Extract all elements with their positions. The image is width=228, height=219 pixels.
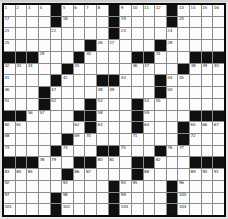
cell-r18c3[interactable]	[27, 204, 38, 215]
cell-r18c1[interactable]: 101	[4, 204, 15, 215]
cell-r8c9[interactable]: 48	[97, 87, 108, 98]
cell-r18c12[interactable]	[132, 204, 143, 215]
clue-number-56: 56	[28, 111, 33, 116]
cell-r13c13[interactable]	[144, 146, 155, 157]
cell-r7c11[interactable]: 43	[120, 75, 131, 86]
cell-r5c8[interactable]: 30	[85, 52, 96, 63]
cell-r10c9[interactable]: 58	[97, 111, 108, 122]
cell-r13c1[interactable]: 73	[4, 146, 15, 157]
cell-r15c5[interactable]	[51, 169, 62, 180]
cell-r16c17[interactable]	[190, 181, 201, 192]
cell-r14c15[interactable]	[167, 157, 178, 168]
clue-number-5: 5	[63, 5, 65, 10]
cell-r18c11[interactable]: 103	[120, 204, 131, 215]
cell-r4c11[interactable]	[120, 40, 131, 51]
cell-r3c6[interactable]	[62, 28, 73, 39]
cell-r6c15[interactable]	[167, 64, 178, 75]
cell-r8c5[interactable]: 47	[51, 87, 62, 98]
black-cell-r10c19	[213, 111, 224, 122]
cell-r6c10[interactable]	[109, 64, 120, 75]
cell-r4c13[interactable]	[144, 40, 155, 51]
cell-r11c18[interactable]: 66	[202, 122, 213, 133]
cell-r18c2[interactable]	[16, 204, 27, 215]
cell-r14c10[interactable]: 81	[109, 157, 120, 168]
cell-r12c14[interactable]	[155, 134, 166, 145]
cell-r13c15[interactable]: 76	[167, 146, 178, 157]
cell-r18c13[interactable]	[144, 204, 155, 215]
cell-r17c18[interactable]	[202, 193, 213, 204]
cell-r16c4[interactable]	[39, 181, 50, 192]
cell-r5c10[interactable]	[109, 52, 120, 63]
cell-r6c3[interactable]: 34	[27, 64, 38, 75]
cell-r10c6[interactable]	[62, 111, 73, 122]
cell-r5c9[interactable]	[97, 52, 108, 63]
cell-r13c4[interactable]	[39, 146, 50, 157]
cell-r14c9[interactable]: 80	[97, 157, 108, 168]
cell-r15c2[interactable]: 84	[16, 169, 27, 180]
black-cell-r12c16	[178, 134, 189, 145]
cell-r1c8[interactable]: 7	[85, 5, 96, 16]
cell-r2c4[interactable]	[39, 17, 50, 28]
cell-r11c9[interactable]: 63	[97, 122, 108, 133]
cell-r1c17[interactable]: 14	[190, 5, 201, 16]
cell-r15c8[interactable]: 87	[85, 169, 96, 180]
cell-r2c19[interactable]	[213, 17, 224, 28]
cell-r14c4[interactable]: 78	[39, 157, 50, 168]
cell-r9c6[interactable]	[62, 99, 73, 110]
cell-r12c1[interactable]: 68	[4, 134, 15, 145]
cell-r2c18[interactable]	[202, 17, 213, 28]
cell-r10c3[interactable]: 56	[27, 111, 38, 122]
cell-r3c18[interactable]	[202, 28, 213, 39]
cell-r1c4[interactable]: 4	[39, 5, 50, 16]
cell-r2c14[interactable]	[155, 17, 166, 28]
cell-r7c6[interactable]: 42	[62, 75, 73, 86]
clue-number-22: 22	[51, 28, 56, 33]
black-cell-r5c7	[74, 52, 85, 63]
cell-r18c19[interactable]	[213, 204, 224, 215]
cell-r12c5[interactable]	[51, 134, 62, 145]
cell-r5c6[interactable]	[62, 52, 73, 63]
cell-r2c11[interactable]: 19	[120, 17, 131, 28]
cell-r4c10[interactable]: 27	[109, 40, 120, 51]
cell-r9c13[interactable]: 54	[144, 99, 155, 110]
cell-r17c14[interactable]	[155, 193, 166, 204]
cell-r1c18[interactable]: 15	[202, 5, 213, 16]
cell-r5c11[interactable]	[120, 52, 131, 63]
cell-r12c13[interactable]	[144, 134, 155, 145]
cell-r13c11[interactable]: 75	[120, 146, 131, 157]
clue-number-94: 94	[121, 181, 126, 186]
cell-r14c14[interactable]: 82	[155, 157, 166, 168]
cell-r16c1[interactable]: 92	[4, 181, 15, 192]
cell-r12c7[interactable]: 69	[74, 134, 85, 145]
cell-r17c9[interactable]	[97, 193, 108, 204]
cell-r17c2[interactable]	[16, 193, 27, 204]
cell-r10c13[interactable]: 59	[144, 111, 155, 122]
cell-r2c6[interactable]: 18	[62, 17, 73, 28]
cell-r18c4[interactable]	[39, 204, 50, 215]
cell-r9c11[interactable]	[120, 99, 131, 110]
cell-r3c13[interactable]	[144, 28, 155, 39]
cell-r1c2[interactable]: 2	[16, 5, 27, 16]
cell-r10c4[interactable]: 57	[39, 111, 50, 122]
cell-r9c7[interactable]	[74, 99, 85, 110]
cell-r6c8[interactable]	[85, 64, 96, 75]
cell-r15c1[interactable]: 83	[4, 169, 15, 180]
cell-r5c4[interactable]: 29	[39, 52, 50, 63]
cell-r11c4[interactable]	[39, 122, 50, 133]
cell-r8c6[interactable]	[62, 87, 73, 98]
cell-r4c2[interactable]	[16, 40, 27, 51]
cell-r6c11[interactable]	[120, 64, 131, 75]
cell-r1c9[interactable]: 8	[97, 5, 108, 16]
cell-r16c13[interactable]	[144, 181, 155, 192]
cell-r1c12[interactable]: 10	[132, 5, 143, 16]
black-cell-r5c2	[16, 52, 27, 63]
cell-r16c19[interactable]	[213, 181, 224, 192]
cell-r16c2[interactable]	[16, 181, 27, 192]
cell-r5c15[interactable]	[167, 52, 178, 63]
cell-r11c13[interactable]: 64	[144, 122, 155, 133]
cell-r18c18[interactable]	[202, 204, 213, 215]
cell-r9c19[interactable]	[213, 99, 224, 110]
cell-r4c7[interactable]	[74, 40, 85, 51]
cell-r17c16[interactable]: 100	[178, 193, 189, 204]
cell-r13c6[interactable]: 74	[62, 146, 73, 157]
cell-r3c4[interactable]	[39, 28, 50, 39]
cell-r11c11[interactable]	[120, 122, 131, 133]
cell-r14c11[interactable]	[120, 157, 131, 168]
cell-r7c1[interactable]: 41	[4, 75, 15, 86]
clue-number-45: 45	[179, 75, 184, 80]
cell-r13c16[interactable]: 77	[178, 146, 189, 157]
cell-r7c19[interactable]	[213, 75, 224, 86]
cell-r8c10[interactable]: 49	[109, 87, 120, 98]
cell-r11c7[interactable]: 62	[74, 122, 85, 133]
cell-r16c8[interactable]	[85, 181, 96, 192]
cell-r1c6[interactable]: 5	[62, 5, 73, 16]
cell-r11c15[interactable]	[167, 122, 178, 133]
cell-r7c18[interactable]	[202, 75, 213, 86]
cell-r1c16[interactable]: 13	[178, 5, 189, 16]
black-cell-r4c8	[85, 40, 96, 51]
cell-r8c11[interactable]	[120, 87, 131, 98]
cell-r12c4[interactable]	[39, 134, 50, 145]
cell-r9c2[interactable]	[16, 99, 27, 110]
cell-r1c1[interactable]: 1	[4, 5, 15, 16]
cell-r2c9[interactable]	[97, 17, 108, 28]
cell-r16c9[interactable]	[97, 181, 108, 192]
cell-r3c1[interactable]: 21	[4, 28, 15, 39]
cell-r12c2[interactable]	[16, 134, 27, 145]
cell-r4c4[interactable]	[39, 40, 50, 51]
cell-r11c5[interactable]	[51, 122, 62, 133]
cell-r7c16[interactable]: 45	[178, 75, 189, 86]
cell-r11c17[interactable]: 65	[190, 122, 201, 133]
cell-r11c1[interactable]: 60	[4, 122, 15, 133]
cell-r15c10[interactable]	[109, 169, 120, 180]
cell-r17c4[interactable]	[39, 193, 50, 204]
cell-r13c7[interactable]	[74, 146, 85, 157]
cell-r6c14[interactable]	[155, 64, 166, 75]
cell-r18c16[interactable]: 104	[178, 204, 189, 215]
cell-r2c16[interactable]: 20	[178, 17, 189, 28]
cell-r16c18[interactable]	[202, 181, 213, 192]
cell-r17c13[interactable]	[144, 193, 155, 204]
cell-r14c16[interactable]	[178, 157, 189, 168]
cell-r15c17[interactable]: 89	[190, 169, 201, 180]
cell-r16c16[interactable]: 96	[178, 181, 189, 192]
cell-r1c19[interactable]: 16	[213, 5, 224, 16]
cell-r11c19[interactable]: 67	[213, 122, 224, 133]
cell-r4c19[interactable]	[213, 40, 224, 51]
cell-r8c12[interactable]	[132, 87, 143, 98]
cell-r4c3[interactable]	[27, 40, 38, 51]
cell-r18c17[interactable]	[190, 204, 201, 215]
cell-r13c18[interactable]	[202, 146, 213, 157]
cell-r8c7[interactable]	[74, 87, 85, 98]
cell-r15c9[interactable]	[97, 169, 108, 180]
cell-r8c19[interactable]	[213, 87, 224, 98]
cell-r9c18[interactable]	[202, 99, 213, 110]
cell-r12c9[interactable]	[97, 134, 108, 145]
cell-r2c2[interactable]	[16, 17, 27, 28]
cell-r18c7[interactable]	[74, 204, 85, 215]
cell-r4c5[interactable]	[51, 40, 62, 51]
cell-r8c3[interactable]	[27, 87, 38, 98]
cell-r7c13[interactable]	[144, 75, 155, 86]
cell-r13c3[interactable]	[27, 146, 38, 157]
cell-r16c12[interactable]: 95	[132, 181, 143, 192]
clue-number-82: 82	[156, 157, 161, 162]
cell-r15c13[interactable]: 88	[144, 169, 155, 180]
cell-r14c6[interactable]	[62, 157, 73, 168]
cell-r6c1[interactable]: 32	[4, 64, 15, 75]
cell-r17c8[interactable]	[85, 193, 96, 204]
cell-r12c17[interactable]: 72	[190, 134, 201, 145]
cell-r12c3[interactable]	[27, 134, 38, 145]
cell-r2c3[interactable]	[27, 17, 38, 28]
cell-r17c19[interactable]	[213, 193, 224, 204]
cell-r3c5[interactable]: 22	[51, 28, 62, 39]
cell-r8c1[interactable]: 46	[4, 87, 15, 98]
cell-r4c18[interactable]	[202, 40, 213, 51]
cell-r4c6[interactable]	[62, 40, 73, 51]
cell-r3c12[interactable]	[132, 28, 143, 39]
cell-r13c19[interactable]	[213, 146, 224, 157]
cell-r3c11[interactable]: 23	[120, 28, 131, 39]
cell-r3c3[interactable]	[27, 28, 38, 39]
cell-r7c3[interactable]	[27, 75, 38, 86]
cell-r13c12[interactable]	[132, 146, 143, 157]
cell-r7c4[interactable]	[39, 75, 50, 86]
cell-r17c11[interactable]: 99	[120, 193, 131, 204]
cell-r15c19[interactable]: 91	[213, 169, 224, 180]
cell-r2c1[interactable]: 17	[4, 17, 15, 28]
cell-r9c10[interactable]	[109, 99, 120, 110]
cell-r3c7[interactable]	[74, 28, 85, 39]
cell-r18c14[interactable]	[155, 204, 166, 215]
cell-r10c5[interactable]	[51, 111, 62, 122]
cell-r10c16[interactable]	[178, 111, 189, 122]
cell-r4c12[interactable]	[132, 40, 143, 51]
cell-r11c14[interactable]	[155, 122, 166, 133]
cell-r3c16[interactable]	[178, 28, 189, 39]
cell-r18c6[interactable]: 102	[62, 204, 73, 215]
cell-r13c8[interactable]	[85, 146, 96, 157]
cell-r4c9[interactable]: 26	[97, 40, 108, 51]
cell-r4c1[interactable]: 25	[4, 40, 15, 51]
cell-r11c6[interactable]	[62, 122, 73, 133]
cell-r2c12[interactable]	[132, 17, 143, 28]
cell-r17c7[interactable]	[74, 193, 85, 204]
cell-r7c17[interactable]	[190, 75, 201, 86]
cell-r15c16[interactable]	[178, 169, 189, 180]
cell-r6c17[interactable]: 38	[190, 64, 201, 75]
cell-r12c19[interactable]	[213, 134, 224, 145]
cell-r3c9[interactable]	[97, 28, 108, 39]
cell-r9c1[interactable]: 51	[4, 99, 15, 110]
cell-r9c14[interactable]: 55	[155, 99, 166, 110]
cell-r4c15[interactable]: 28	[167, 40, 178, 51]
cell-r16c3[interactable]	[27, 181, 38, 192]
cell-r15c4[interactable]	[39, 169, 50, 180]
clue-number-23: 23	[121, 28, 126, 33]
cell-r2c17[interactable]	[190, 17, 201, 28]
cell-r12c8[interactable]: 70	[85, 134, 96, 145]
cell-r8c18[interactable]	[202, 87, 213, 98]
cell-r8c17[interactable]	[190, 87, 201, 98]
cell-r10c11[interactable]	[120, 111, 131, 122]
cell-r13c2[interactable]	[16, 146, 27, 157]
cell-r1c11[interactable]: 9	[120, 5, 131, 16]
cell-r18c9[interactable]	[97, 204, 108, 215]
cell-r1c7[interactable]: 6	[74, 5, 85, 16]
cell-r16c14[interactable]	[155, 181, 166, 192]
clue-number-42: 42	[63, 75, 68, 80]
cell-r7c15[interactable]: 44	[167, 75, 178, 86]
cell-r15c7[interactable]: 86	[74, 169, 85, 180]
cell-r16c7[interactable]	[74, 181, 85, 192]
cell-r6c7[interactable]: 35	[74, 64, 85, 75]
cell-r12c18[interactable]	[202, 134, 213, 145]
cell-r15c15[interactable]	[167, 169, 178, 180]
cell-r12c15[interactable]	[167, 134, 178, 145]
cell-r12c12[interactable]: 71	[132, 134, 143, 145]
clue-number-77: 77	[179, 146, 184, 151]
clue-number-75: 75	[121, 146, 126, 151]
cell-r17c6[interactable]: 98	[62, 193, 73, 204]
cell-r8c13[interactable]	[144, 87, 155, 98]
cell-r16c6[interactable]: 93	[62, 181, 73, 192]
cell-r9c5[interactable]: 52	[51, 99, 62, 110]
cell-r15c3[interactable]: 85	[27, 169, 38, 180]
cell-r17c12[interactable]	[132, 193, 143, 204]
cell-r17c1[interactable]: 97	[4, 193, 15, 204]
cell-r8c16[interactable]	[178, 87, 189, 98]
cell-r12c11[interactable]	[120, 134, 131, 145]
black-cell-r15c6	[62, 169, 73, 180]
cell-r16c11[interactable]: 94	[120, 181, 131, 192]
cell-r2c8[interactable]	[85, 17, 96, 28]
cell-r12c10[interactable]	[109, 134, 120, 145]
clue-number-35: 35	[74, 64, 79, 69]
cell-r11c10[interactable]	[109, 122, 120, 133]
cell-r6c5[interactable]	[51, 64, 62, 75]
cell-r6c19[interactable]: 40	[213, 64, 224, 75]
cell-r10c15[interactable]	[167, 111, 178, 122]
cell-r2c7[interactable]	[74, 17, 85, 28]
cell-r6c18[interactable]: 39	[202, 64, 213, 75]
clue-number-55: 55	[156, 99, 161, 104]
cell-r2c13[interactable]	[144, 17, 155, 28]
cell-r16c5[interactable]	[51, 181, 62, 192]
cell-r8c8[interactable]	[85, 87, 96, 98]
cell-r7c2[interactable]	[16, 75, 27, 86]
cell-r5c5[interactable]	[51, 52, 62, 63]
cell-r5c14[interactable]: 31	[155, 52, 166, 63]
cell-r4c16[interactable]	[178, 40, 189, 51]
cell-r15c14[interactable]	[155, 169, 166, 180]
cell-r3c2[interactable]	[16, 28, 27, 39]
clue-number-62: 62	[74, 122, 79, 127]
cell-r1c3[interactable]: 3	[27, 5, 38, 16]
cell-r7c8[interactable]	[85, 75, 96, 86]
cell-r7c12[interactable]	[132, 75, 143, 86]
black-cell-r13c14	[155, 146, 166, 157]
cell-r11c3[interactable]	[27, 122, 38, 133]
black-cell-r2c15	[167, 17, 178, 28]
cell-r15c11[interactable]	[120, 169, 131, 180]
cell-r3c19[interactable]	[213, 28, 224, 39]
cell-r9c15[interactable]	[167, 99, 178, 110]
cell-r6c4[interactable]	[39, 64, 50, 75]
black-cell-r14c8	[85, 157, 96, 168]
cell-r10c10[interactable]	[109, 111, 120, 122]
cell-r17c3[interactable]	[27, 193, 38, 204]
cell-r8c2[interactable]	[16, 87, 27, 98]
cell-r18c8[interactable]	[85, 204, 96, 215]
cell-r9c9[interactable]: 53	[97, 99, 108, 110]
black-cell-r7c5	[51, 75, 62, 86]
cell-r9c3[interactable]	[27, 99, 38, 110]
cell-r3c8[interactable]	[85, 28, 96, 39]
cell-r3c14[interactable]	[155, 28, 166, 39]
cell-r1c14[interactable]: 12	[155, 5, 166, 16]
cell-r5c16[interactable]	[178, 52, 189, 63]
cell-r1c13[interactable]: 11	[144, 5, 155, 16]
cell-r3c17[interactable]	[190, 28, 201, 39]
cell-r17c17[interactable]	[190, 193, 201, 204]
cell-r15c18[interactable]: 90	[202, 169, 213, 180]
cell-r9c16[interactable]	[178, 99, 189, 110]
cell-r3c15[interactable]: 24	[167, 28, 178, 39]
cell-r8c15[interactable]: 50	[167, 87, 178, 98]
cell-r10c14[interactable]	[155, 111, 166, 122]
cell-r7c7[interactable]	[74, 75, 85, 86]
cell-r6c12[interactable]: 36	[132, 64, 143, 75]
cell-r13c17[interactable]	[190, 146, 201, 157]
cell-r14c5[interactable]: 79	[51, 157, 62, 168]
cell-r9c17[interactable]	[190, 99, 201, 110]
clue-number-13: 13	[179, 5, 184, 10]
cell-r6c13[interactable]: 37	[144, 64, 155, 75]
cell-r6c9[interactable]	[97, 64, 108, 75]
cell-r11c2[interactable]: 61	[16, 122, 27, 133]
cell-r4c17[interactable]	[190, 40, 201, 51]
cell-r6c2[interactable]: 33	[16, 64, 27, 75]
